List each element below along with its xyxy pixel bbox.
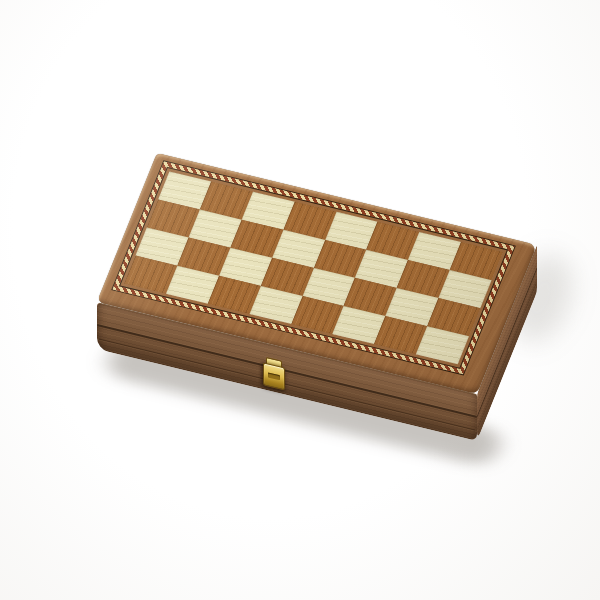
- product-photo-scene: [0, 0, 600, 600]
- brass-clasp: [263, 356, 285, 390]
